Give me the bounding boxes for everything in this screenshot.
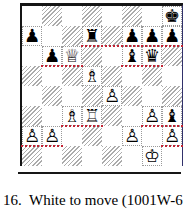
square-b2: ♙ (42, 126, 62, 146)
square-c3: ♗ (62, 106, 82, 126)
caption: 16. White to move (1001W-670) (3, 192, 183, 209)
square-a3 (22, 106, 42, 126)
square-e8 (102, 6, 122, 26)
square-d8 (82, 6, 102, 26)
square-d3: ♖ (82, 106, 102, 126)
square-h8: ♚ (162, 6, 182, 26)
square-e2 (102, 126, 122, 146)
black-pawn-piece: ♟ (44, 46, 60, 66)
square-h4 (162, 86, 182, 106)
square-g4 (142, 86, 162, 106)
square-d4 (82, 86, 102, 106)
square-d5: ♗ (82, 66, 102, 86)
square-e1 (102, 146, 122, 166)
square-b5 (42, 66, 62, 86)
black-queen-piece: ♛ (144, 46, 160, 66)
square-f6: ♝ (122, 46, 142, 66)
square-d6 (82, 46, 102, 66)
white-bishop-piece: ♗ (64, 106, 80, 126)
square-c4 (62, 86, 82, 106)
square-b6: ♟ (42, 46, 62, 66)
diagram-page: ♚♟♜♟♟♟♟♕♝♛♗♙♗♖♙♝♙♙♙♙♔ 16. White to move … (0, 0, 183, 216)
square-g8 (142, 6, 162, 26)
square-e4: ♙ (102, 86, 122, 106)
square-h7: ♟ (162, 26, 182, 46)
square-f7: ♟ (122, 26, 142, 46)
square-b4 (42, 86, 62, 106)
black-pawn-piece: ♟ (24, 26, 40, 46)
square-g2 (142, 126, 162, 146)
square-g5 (142, 66, 162, 86)
square-e3 (102, 106, 122, 126)
white-rook-piece: ♖ (84, 106, 100, 126)
square-b7 (42, 26, 62, 46)
square-a2: ♙ (22, 126, 42, 146)
square-h6 (162, 46, 182, 66)
square-b8 (42, 6, 62, 26)
square-d2 (82, 126, 102, 146)
square-a7: ♟ (22, 26, 42, 46)
black-king-piece: ♚ (164, 6, 180, 26)
square-e7 (102, 26, 122, 46)
black-pawn-piece: ♟ (124, 26, 140, 46)
white-bishop-piece: ♗ (84, 66, 100, 86)
square-h3: ♝ (162, 106, 182, 126)
square-f4 (122, 86, 142, 106)
square-g7: ♟ (142, 26, 162, 46)
square-c2 (62, 126, 82, 146)
square-c7 (62, 26, 82, 46)
white-pawn-piece: ♙ (144, 106, 160, 126)
white-pawn-piece: ♙ (164, 126, 180, 146)
white-pawn-piece: ♙ (124, 126, 140, 146)
square-h5 (162, 66, 182, 86)
white-pawn-piece: ♙ (24, 126, 40, 146)
square-f8 (122, 6, 142, 26)
square-d7: ♜ (82, 26, 102, 46)
chess-board: ♚♟♜♟♟♟♟♕♝♛♗♙♗♖♙♝♙♙♙♙♔ (22, 6, 182, 166)
black-bishop-piece: ♝ (164, 106, 180, 126)
square-g3: ♙ (142, 106, 162, 126)
square-f3 (122, 106, 142, 126)
white-pawn-piece: ♙ (104, 86, 120, 106)
square-e5 (102, 66, 122, 86)
black-bishop-piece: ♝ (124, 46, 140, 66)
square-f2: ♙ (122, 126, 142, 146)
white-king-piece: ♔ (144, 146, 160, 166)
square-c6: ♕ (62, 46, 82, 66)
square-a4 (22, 86, 42, 106)
square-a6 (22, 46, 42, 66)
black-rook-piece: ♜ (84, 26, 100, 46)
square-f1 (122, 146, 142, 166)
square-g1: ♔ (142, 146, 162, 166)
square-a8 (22, 6, 42, 26)
square-f5 (122, 66, 142, 86)
square-b1 (42, 146, 62, 166)
board-bottom-rule (18, 172, 181, 174)
square-b3 (42, 106, 62, 126)
square-a1 (22, 146, 42, 166)
white-pawn-piece: ♙ (44, 126, 60, 146)
square-e6 (102, 46, 122, 66)
black-pawn-piece: ♟ (164, 26, 180, 46)
board-frame: ♚♟♜♟♟♟♟♕♝♛♗♙♗♖♙♝♙♙♙♙♔ (20, 3, 183, 166)
square-c5 (62, 66, 82, 86)
square-d1 (82, 146, 102, 166)
square-a5 (22, 66, 42, 86)
square-c8 (62, 6, 82, 26)
square-c1 (62, 146, 82, 166)
black-pawn-piece: ♟ (144, 26, 160, 46)
square-h1 (162, 146, 182, 166)
square-g6: ♛ (142, 46, 162, 66)
square-h2: ♙ (162, 126, 182, 146)
white-queen-piece: ♕ (64, 46, 80, 66)
